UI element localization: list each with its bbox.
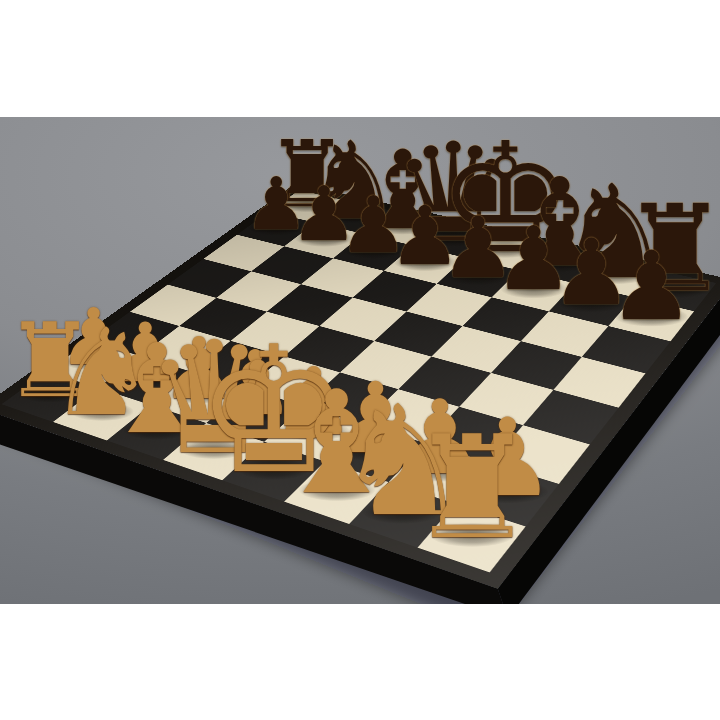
black-pawn-h7: ♟ xyxy=(609,239,694,334)
white-rook-h1: ♜ xyxy=(408,417,536,559)
product-photo: ♜♞♝♛♚♝♞♜♟♟♟♟♟♟♟♟♟♟♟♟♟♟♟♟♜♞♝♛♚♝♞♜ xyxy=(0,0,720,720)
letterbox-bottom xyxy=(0,604,720,720)
letterbox-top xyxy=(0,0,720,117)
felt-background: ♜♞♝♛♚♝♞♜♟♟♟♟♟♟♟♟♟♟♟♟♟♟♟♟♜♞♝♛♚♝♞♜ xyxy=(0,117,720,604)
